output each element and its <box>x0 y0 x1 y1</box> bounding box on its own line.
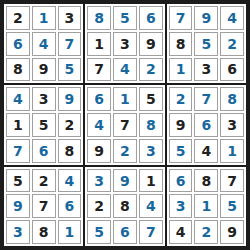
box-7: 524976381 <box>3 166 84 247</box>
cell-r4c2[interactable]: 3 <box>32 87 56 111</box>
cell-r8c5[interactable]: 8 <box>113 194 137 218</box>
cell-r7c8[interactable]: 8 <box>194 169 218 193</box>
box-3: 794852136 <box>166 3 247 84</box>
cell-r1c2[interactable]: 1 <box>32 6 56 30</box>
cell-r8c1[interactable]: 9 <box>6 194 30 218</box>
cell-r3c8[interactable]: 3 <box>194 58 218 82</box>
cell-r7c5[interactable]: 9 <box>113 169 137 193</box>
box-9: 687315429 <box>166 166 247 247</box>
cell-r5c2[interactable]: 5 <box>32 113 56 137</box>
cell-r3c1[interactable]: 8 <box>6 58 30 82</box>
cell-r2c5[interactable]: 3 <box>113 32 137 56</box>
cell-r2c6[interactable]: 9 <box>139 32 163 56</box>
cell-r8c3[interactable]: 6 <box>58 194 82 218</box>
cell-r3c3[interactable]: 5 <box>58 58 82 82</box>
cell-r9c8[interactable]: 2 <box>194 220 218 244</box>
cell-r7c3[interactable]: 4 <box>58 169 82 193</box>
cell-r7c7[interactable]: 6 <box>169 169 193 193</box>
cell-r4c4[interactable]: 6 <box>87 87 111 111</box>
cell-r3c4[interactable]: 7 <box>87 58 111 82</box>
cell-r3c5[interactable]: 4 <box>113 58 137 82</box>
cell-r8c8[interactable]: 1 <box>194 194 218 218</box>
cell-r6c1[interactable]: 7 <box>6 139 30 163</box>
cell-r7c4[interactable]: 3 <box>87 169 111 193</box>
cell-r7c9[interactable]: 7 <box>220 169 244 193</box>
cell-r9c9[interactable]: 9 <box>220 220 244 244</box>
cell-r5c6[interactable]: 8 <box>139 113 163 137</box>
cell-r6c7[interactable]: 5 <box>169 139 193 163</box>
cell-r8c7[interactable]: 3 <box>169 194 193 218</box>
cell-r9c3[interactable]: 1 <box>58 220 82 244</box>
cell-r8c4[interactable]: 2 <box>87 194 111 218</box>
cell-r5c4[interactable]: 4 <box>87 113 111 137</box>
cell-r1c8[interactable]: 9 <box>194 6 218 30</box>
cell-r9c4[interactable]: 5 <box>87 220 111 244</box>
cell-r5c7[interactable]: 9 <box>169 113 193 137</box>
cell-r1c1[interactable]: 2 <box>6 6 30 30</box>
cell-r5c9[interactable]: 3 <box>220 113 244 137</box>
cell-r2c7[interactable]: 8 <box>169 32 193 56</box>
cell-r9c6[interactable]: 7 <box>139 220 163 244</box>
cell-r2c3[interactable]: 7 <box>58 32 82 56</box>
box-5: 615478923 <box>84 84 165 165</box>
cell-r1c4[interactable]: 8 <box>87 6 111 30</box>
cell-r6c2[interactable]: 6 <box>32 139 56 163</box>
cell-r8c6[interactable]: 4 <box>139 194 163 218</box>
cell-r6c8[interactable]: 4 <box>194 139 218 163</box>
box-6: 278963541 <box>166 84 247 165</box>
box-4: 439152768 <box>3 84 84 165</box>
cell-r5c3[interactable]: 2 <box>58 113 82 137</box>
cell-r7c1[interactable]: 5 <box>6 169 30 193</box>
cell-r9c7[interactable]: 4 <box>169 220 193 244</box>
cell-r5c5[interactable]: 7 <box>113 113 137 137</box>
cell-r2c9[interactable]: 2 <box>220 32 244 56</box>
cell-r2c1[interactable]: 6 <box>6 32 30 56</box>
cell-r9c5[interactable]: 6 <box>113 220 137 244</box>
cell-r4c7[interactable]: 2 <box>169 87 193 111</box>
cell-r1c9[interactable]: 4 <box>220 6 244 30</box>
cell-r6c5[interactable]: 2 <box>113 139 137 163</box>
cell-r3c2[interactable]: 9 <box>32 58 56 82</box>
cell-r1c5[interactable]: 5 <box>113 6 137 30</box>
cell-r4c5[interactable]: 1 <box>113 87 137 111</box>
cell-r2c2[interactable]: 4 <box>32 32 56 56</box>
sudoku-board: 2136478958561397427948521364391527686154… <box>0 0 250 250</box>
cell-r7c2[interactable]: 2 <box>32 169 56 193</box>
cell-r5c1[interactable]: 1 <box>6 113 30 137</box>
box-1: 213647895 <box>3 3 84 84</box>
cell-r6c3[interactable]: 8 <box>58 139 82 163</box>
cell-r1c7[interactable]: 7 <box>169 6 193 30</box>
cell-r9c1[interactable]: 3 <box>6 220 30 244</box>
cell-r6c9[interactable]: 1 <box>220 139 244 163</box>
cell-r3c6[interactable]: 2 <box>139 58 163 82</box>
cell-r4c9[interactable]: 8 <box>220 87 244 111</box>
cell-r5c8[interactable]: 6 <box>194 113 218 137</box>
cell-r6c6[interactable]: 3 <box>139 139 163 163</box>
cell-r3c9[interactable]: 6 <box>220 58 244 82</box>
cell-r2c4[interactable]: 1 <box>87 32 111 56</box>
cell-r8c2[interactable]: 7 <box>32 194 56 218</box>
cell-r7c6[interactable]: 1 <box>139 169 163 193</box>
cell-r2c8[interactable]: 5 <box>194 32 218 56</box>
box-8: 391284567 <box>84 166 165 247</box>
cell-r9c2[interactable]: 8 <box>32 220 56 244</box>
cell-r8c9[interactable]: 5 <box>220 194 244 218</box>
cell-r4c8[interactable]: 7 <box>194 87 218 111</box>
cell-r4c1[interactable]: 4 <box>6 87 30 111</box>
cell-r1c6[interactable]: 6 <box>139 6 163 30</box>
cell-r3c7[interactable]: 1 <box>169 58 193 82</box>
cell-r4c3[interactable]: 9 <box>58 87 82 111</box>
cell-r4c6[interactable]: 5 <box>139 87 163 111</box>
box-2: 856139742 <box>84 3 165 84</box>
cell-r1c3[interactable]: 3 <box>58 6 82 30</box>
cell-r6c4[interactable]: 9 <box>87 139 111 163</box>
